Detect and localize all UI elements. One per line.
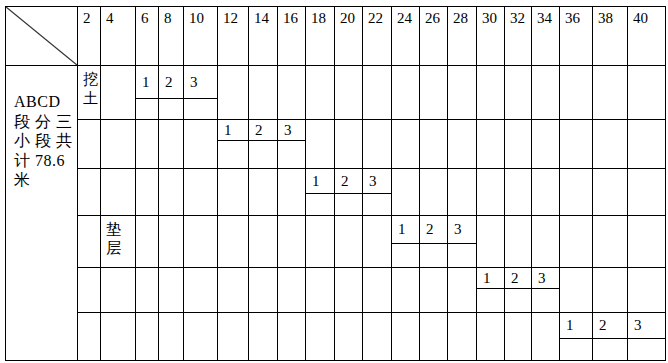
segment-number: 2 xyxy=(420,216,447,244)
segment-number: 2 xyxy=(335,169,362,194)
grid-cell xyxy=(249,66,278,120)
header-cell-14: 14 xyxy=(249,7,278,66)
grid-cell xyxy=(78,120,101,169)
header-cell-26: 26 xyxy=(420,7,448,66)
grid-cell xyxy=(593,120,628,169)
grid-cell xyxy=(448,120,477,169)
grid-cell xyxy=(159,268,184,313)
grid-cell xyxy=(306,66,335,120)
segment-number: 1 xyxy=(392,216,419,244)
grid-cell xyxy=(159,313,184,361)
segment-number-cell: 2 xyxy=(420,216,448,268)
grid-cell xyxy=(477,120,505,169)
grid-cell xyxy=(218,268,249,313)
grid-cell xyxy=(335,66,363,120)
grid-cell xyxy=(505,66,532,120)
grid-cell xyxy=(448,169,477,216)
grid-cell xyxy=(136,268,159,313)
segment-number-cell: 3 xyxy=(448,216,477,268)
segment-number: 1 xyxy=(218,120,248,141)
process-label: 挖 土 xyxy=(78,66,100,108)
segment-number-cell: 1 xyxy=(306,169,335,216)
grid-cell xyxy=(136,120,159,169)
header-cell-8: 8 xyxy=(159,7,184,66)
grid-cell xyxy=(159,169,184,216)
grid-cell xyxy=(306,268,335,313)
grid-cell xyxy=(560,169,593,216)
grid-cell xyxy=(184,216,218,268)
header-cell-38: 38 xyxy=(593,7,628,66)
grid-cell xyxy=(335,120,363,169)
grid-cell xyxy=(628,216,666,268)
grid-cell xyxy=(306,216,335,268)
grid-cell xyxy=(477,66,505,120)
header-cell-4: 4 xyxy=(101,7,136,66)
segment-number-cell: 2 xyxy=(159,66,184,120)
header-cell-36: 36 xyxy=(560,7,593,66)
grid-cell xyxy=(306,313,335,361)
grid-cell xyxy=(136,313,159,361)
grid-cell xyxy=(249,313,278,361)
header-cell-30: 30 xyxy=(477,7,505,66)
grid-cell xyxy=(392,313,420,361)
grid-cell xyxy=(78,216,101,268)
segment-number: 2 xyxy=(159,66,183,99)
grid-cell xyxy=(278,66,306,120)
grid-cell xyxy=(593,66,628,120)
segment-number: 1 xyxy=(560,313,592,339)
grid-cell xyxy=(101,313,136,361)
segment-number-cell: 2 xyxy=(593,313,628,361)
grid-cell xyxy=(532,313,560,361)
grid-cell xyxy=(78,169,101,216)
segment-number: 1 xyxy=(306,169,334,194)
grid-cell xyxy=(505,120,532,169)
grid-cell xyxy=(477,216,505,268)
grid-cell xyxy=(278,169,306,216)
grid-cell xyxy=(628,169,666,216)
grid-cell xyxy=(159,216,184,268)
header-cell-18: 18 xyxy=(306,7,335,66)
segment-number-cell: 3 xyxy=(184,66,218,120)
header-cell-32: 32 xyxy=(505,7,532,66)
grid-cell xyxy=(628,120,666,169)
diagonal-line-icon xyxy=(6,7,77,65)
grid-cell xyxy=(249,268,278,313)
grid-cell xyxy=(532,66,560,120)
grid-cell xyxy=(184,268,218,313)
header-cell-34: 34 xyxy=(532,7,560,66)
segment-number-cell: 3 xyxy=(278,120,306,169)
process-label-cell: 垫 层 xyxy=(101,216,136,268)
segment-number-cell: 2 xyxy=(249,120,278,169)
grid-cell xyxy=(306,120,335,169)
grid-cell xyxy=(420,120,448,169)
segment-number: 3 xyxy=(448,216,476,244)
grid-cell xyxy=(560,216,593,268)
segment-number-cell: 3 xyxy=(628,313,666,361)
segment-number-cell: 1 xyxy=(392,216,420,268)
grid-cell xyxy=(532,120,560,169)
segment-number: 1 xyxy=(136,66,158,99)
grid-cell xyxy=(628,268,666,313)
grid-cell xyxy=(477,169,505,216)
segment-number-cell: 1 xyxy=(560,313,593,361)
grid-cell xyxy=(420,169,448,216)
segment-number-cell: 3 xyxy=(363,169,392,216)
grid-cell xyxy=(448,268,477,313)
header-cell-28: 28 xyxy=(448,7,477,66)
header-cell-22: 22 xyxy=(363,7,392,66)
grid-cell xyxy=(184,169,218,216)
diagonal-header-cell xyxy=(6,7,78,66)
grid-cell xyxy=(218,169,249,216)
grid-cell xyxy=(420,268,448,313)
segment-number: 3 xyxy=(628,313,665,339)
segment-number: 3 xyxy=(278,120,305,141)
schedule-grid: ABCD 段 分 三 小 段 共 计 78.6 米 24681012141618… xyxy=(5,6,666,361)
grid-cell xyxy=(532,169,560,216)
grid-cell xyxy=(159,120,184,169)
segment-number: 2 xyxy=(505,268,531,289)
header-cell-20: 20 xyxy=(335,7,363,66)
grid-cell xyxy=(218,216,249,268)
grid-cell xyxy=(593,216,628,268)
segment-number-cell: 1 xyxy=(218,120,249,169)
grid-cell xyxy=(420,313,448,361)
segment-number: 3 xyxy=(363,169,391,194)
grid-cell xyxy=(477,313,505,361)
grid-cell xyxy=(420,66,448,120)
grid-cell xyxy=(560,268,593,313)
section-summary-cell: ABCD 段 分 三 小 段 共 计 78.6 米 xyxy=(6,66,78,361)
header-cell-24: 24 xyxy=(392,7,420,66)
segment-number: 1 xyxy=(477,268,504,289)
grid-cell xyxy=(532,216,560,268)
process-label: 垫 层 xyxy=(101,216,135,258)
grid-cell xyxy=(505,216,532,268)
grid-cell xyxy=(448,313,477,361)
grid-cell xyxy=(593,268,628,313)
grid-cell xyxy=(278,268,306,313)
grid-cell xyxy=(560,66,593,120)
segment-number: 3 xyxy=(184,66,217,99)
process-label-cell: 挖 土 xyxy=(78,66,101,120)
grid-cell xyxy=(560,120,593,169)
grid-cell xyxy=(136,216,159,268)
grid-cell xyxy=(101,268,136,313)
header-cell-16: 16 xyxy=(278,7,306,66)
header-cell-40: 40 xyxy=(628,7,666,66)
grid-cell xyxy=(505,169,532,216)
grid-cell xyxy=(363,313,392,361)
grid-cell xyxy=(101,169,136,216)
grid-cell xyxy=(335,268,363,313)
grid-cell xyxy=(184,313,218,361)
header-cell-12: 12 xyxy=(218,7,249,66)
grid-cell xyxy=(78,313,101,361)
segment-number-cell: 1 xyxy=(136,66,159,120)
grid-cell xyxy=(249,169,278,216)
grid-cell xyxy=(278,216,306,268)
header-cell-10: 10 xyxy=(184,7,218,66)
header-cell-2: 2 xyxy=(78,7,101,66)
grid-cell xyxy=(628,66,666,120)
grid-cell xyxy=(363,216,392,268)
segment-number-cell: 1 xyxy=(477,268,505,313)
grid-cell xyxy=(593,169,628,216)
grid-cell xyxy=(392,66,420,120)
grid-cell xyxy=(505,313,532,361)
grid-cell xyxy=(136,169,159,216)
grid-cell xyxy=(363,66,392,120)
grid-cell xyxy=(101,120,136,169)
grid-cell xyxy=(184,120,218,169)
grid-cell xyxy=(335,216,363,268)
grid-cell xyxy=(335,313,363,361)
segment-number-cell: 2 xyxy=(505,268,532,313)
grid-cell xyxy=(78,268,101,313)
grid-cell xyxy=(249,216,278,268)
segment-number: 2 xyxy=(249,120,277,141)
header-cell-6: 6 xyxy=(136,7,159,66)
grid-cell xyxy=(392,120,420,169)
grid-cell xyxy=(101,66,136,120)
grid-cell xyxy=(218,313,249,361)
grid-cell xyxy=(278,313,306,361)
grid-cell xyxy=(363,120,392,169)
grid-cell xyxy=(392,268,420,313)
grid-cell xyxy=(448,66,477,120)
schedule-chart: ABCD 段 分 三 小 段 共 计 78.6 米 24681012141618… xyxy=(0,0,668,363)
grid-cell xyxy=(218,66,249,120)
segment-number: 2 xyxy=(593,313,627,339)
grid-cell xyxy=(363,268,392,313)
segment-number-cell: 2 xyxy=(335,169,363,216)
grid-cell xyxy=(392,169,420,216)
segment-number-cell: 3 xyxy=(532,268,560,313)
segment-number: 3 xyxy=(532,268,559,289)
